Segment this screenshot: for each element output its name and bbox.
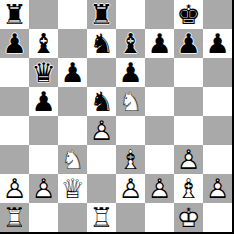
black-rook: ♜: [87, 0, 116, 29]
square-c1[interactable]: [58, 203, 87, 232]
square-d7[interactable]: ♞: [87, 29, 116, 58]
chess-board: ♜♜♚♟♝♞♝♟♟♟♛♟♟♟♞♞♘♟♙♞♘♝♗♟♙♟♙♟♙♛♕♟♙♟♙♝♗♟♙♜…: [0, 0, 234, 234]
black-pawn: ♟: [203, 29, 232, 58]
white-pawn: ♟♙: [0, 174, 29, 203]
piece-outline: ♙: [29, 174, 58, 203]
square-d5[interactable]: ♞: [87, 87, 116, 116]
square-e2[interactable]: ♟♙: [116, 174, 145, 203]
piece-outline: ♙: [0, 174, 29, 203]
square-c8[interactable]: [58, 0, 87, 29]
black-king: ♚: [174, 0, 203, 29]
black-knight: ♞: [87, 29, 116, 58]
square-a4[interactable]: [0, 116, 29, 145]
square-a1[interactable]: ♜♖: [0, 203, 29, 232]
piece-fill: ♟: [29, 87, 58, 116]
piece-outline: ♙: [174, 145, 203, 174]
square-f2[interactable]: ♟♙: [145, 174, 174, 203]
black-pawn: ♟: [145, 29, 174, 58]
square-b3[interactable]: [29, 145, 58, 174]
piece-outline: ♗: [174, 174, 203, 203]
white-bishop: ♝♗: [174, 174, 203, 203]
square-g7[interactable]: ♟: [174, 29, 203, 58]
square-e5[interactable]: ♞♘: [116, 87, 145, 116]
piece-outline: ♔: [174, 203, 203, 232]
piece-fill: ♜: [0, 0, 29, 29]
piece-fill: ♞: [87, 29, 116, 58]
square-a2[interactable]: ♟♙: [0, 174, 29, 203]
black-rook: ♜: [0, 0, 29, 29]
square-b5[interactable]: ♟: [29, 87, 58, 116]
square-h8[interactable]: [203, 0, 232, 29]
piece-fill: ♜: [87, 0, 116, 29]
square-c6[interactable]: ♟: [58, 58, 87, 87]
piece-fill: ♛: [29, 58, 58, 87]
piece-outline: ♗: [116, 145, 145, 174]
square-f7[interactable]: ♟: [145, 29, 174, 58]
white-king: ♚♔: [174, 203, 203, 232]
square-d6[interactable]: [87, 58, 116, 87]
square-e1[interactable]: [116, 203, 145, 232]
square-c5[interactable]: [58, 87, 87, 116]
white-pawn: ♟♙: [174, 145, 203, 174]
white-pawn: ♟♙: [203, 174, 232, 203]
square-h2[interactable]: ♟♙: [203, 174, 232, 203]
piece-outline: ♙: [87, 116, 116, 145]
square-g3[interactable]: ♟♙: [174, 145, 203, 174]
square-d3[interactable]: [87, 145, 116, 174]
square-c4[interactable]: [58, 116, 87, 145]
piece-fill: ♟: [0, 29, 29, 58]
square-b7[interactable]: ♝: [29, 29, 58, 58]
white-bishop: ♝♗: [116, 145, 145, 174]
white-pawn: ♟♙: [87, 116, 116, 145]
piece-fill: ♚: [174, 0, 203, 29]
square-g6[interactable]: [174, 58, 203, 87]
square-e8[interactable]: [116, 0, 145, 29]
black-queen: ♛: [29, 58, 58, 87]
square-f8[interactable]: [145, 0, 174, 29]
square-a3[interactable]: [0, 145, 29, 174]
square-b2[interactable]: ♟♙: [29, 174, 58, 203]
piece-outline: ♕: [58, 174, 87, 203]
white-knight: ♞♘: [116, 87, 145, 116]
white-rook: ♜♖: [0, 203, 29, 232]
piece-fill: ♟: [58, 58, 87, 87]
black-knight: ♞: [87, 87, 116, 116]
piece-fill: ♟: [174, 29, 203, 58]
white-pawn: ♟♙: [116, 174, 145, 203]
black-bishop: ♝: [29, 29, 58, 58]
piece-outline: ♘: [116, 87, 145, 116]
square-a8[interactable]: ♜: [0, 0, 29, 29]
white-knight: ♞♘: [58, 145, 87, 174]
square-f6[interactable]: [145, 58, 174, 87]
square-c3[interactable]: ♞♘: [58, 145, 87, 174]
square-f3[interactable]: [145, 145, 174, 174]
piece-outline: ♙: [116, 174, 145, 203]
black-pawn: ♟: [0, 29, 29, 58]
square-e3[interactable]: ♝♗: [116, 145, 145, 174]
square-h5[interactable]: [203, 87, 232, 116]
white-pawn: ♟♙: [29, 174, 58, 203]
black-pawn: ♟: [174, 29, 203, 58]
square-g5[interactable]: [174, 87, 203, 116]
piece-fill: ♟: [203, 29, 232, 58]
black-pawn: ♟: [29, 87, 58, 116]
square-a7[interactable]: ♟: [0, 29, 29, 58]
piece-outline: ♘: [58, 145, 87, 174]
square-g4[interactable]: [174, 116, 203, 145]
square-h3[interactable]: [203, 145, 232, 174]
square-e6[interactable]: ♟: [116, 58, 145, 87]
square-f5[interactable]: [145, 87, 174, 116]
white-queen: ♛♕: [58, 174, 87, 203]
square-a6[interactable]: [0, 58, 29, 87]
square-g1[interactable]: ♚♔: [174, 203, 203, 232]
square-d8[interactable]: ♜: [87, 0, 116, 29]
piece-fill: ♝: [116, 29, 145, 58]
square-d1[interactable]: ♜♖: [87, 203, 116, 232]
black-pawn: ♟: [58, 58, 87, 87]
piece-outline: ♖: [87, 203, 116, 232]
white-rook: ♜♖: [87, 203, 116, 232]
piece-outline: ♖: [0, 203, 29, 232]
square-h6[interactable]: [203, 58, 232, 87]
square-e4[interactable]: [116, 116, 145, 145]
square-f4[interactable]: [145, 116, 174, 145]
square-e7[interactable]: ♝: [116, 29, 145, 58]
square-h1[interactable]: [203, 203, 232, 232]
square-b6[interactable]: ♛: [29, 58, 58, 87]
square-h4[interactable]: [203, 116, 232, 145]
square-b8[interactable]: [29, 0, 58, 29]
square-b4[interactable]: [29, 116, 58, 145]
square-b1[interactable]: [29, 203, 58, 232]
square-c7[interactable]: [58, 29, 87, 58]
piece-fill: ♟: [116, 58, 145, 87]
piece-fill: ♟: [145, 29, 174, 58]
white-pawn: ♟♙: [145, 174, 174, 203]
piece-fill: ♝: [29, 29, 58, 58]
square-d4[interactable]: ♟♙: [87, 116, 116, 145]
square-g2[interactable]: ♝♗: [174, 174, 203, 203]
black-bishop: ♝: [116, 29, 145, 58]
piece-outline: ♙: [203, 174, 232, 203]
square-h7[interactable]: ♟: [203, 29, 232, 58]
square-c2[interactable]: ♛♕: [58, 174, 87, 203]
piece-outline: ♙: [145, 174, 174, 203]
black-pawn: ♟: [116, 58, 145, 87]
piece-fill: ♞: [87, 87, 116, 116]
square-a5[interactable]: [0, 87, 29, 116]
square-d2[interactable]: [87, 174, 116, 203]
square-f1[interactable]: [145, 203, 174, 232]
square-g8[interactable]: ♚: [174, 0, 203, 29]
